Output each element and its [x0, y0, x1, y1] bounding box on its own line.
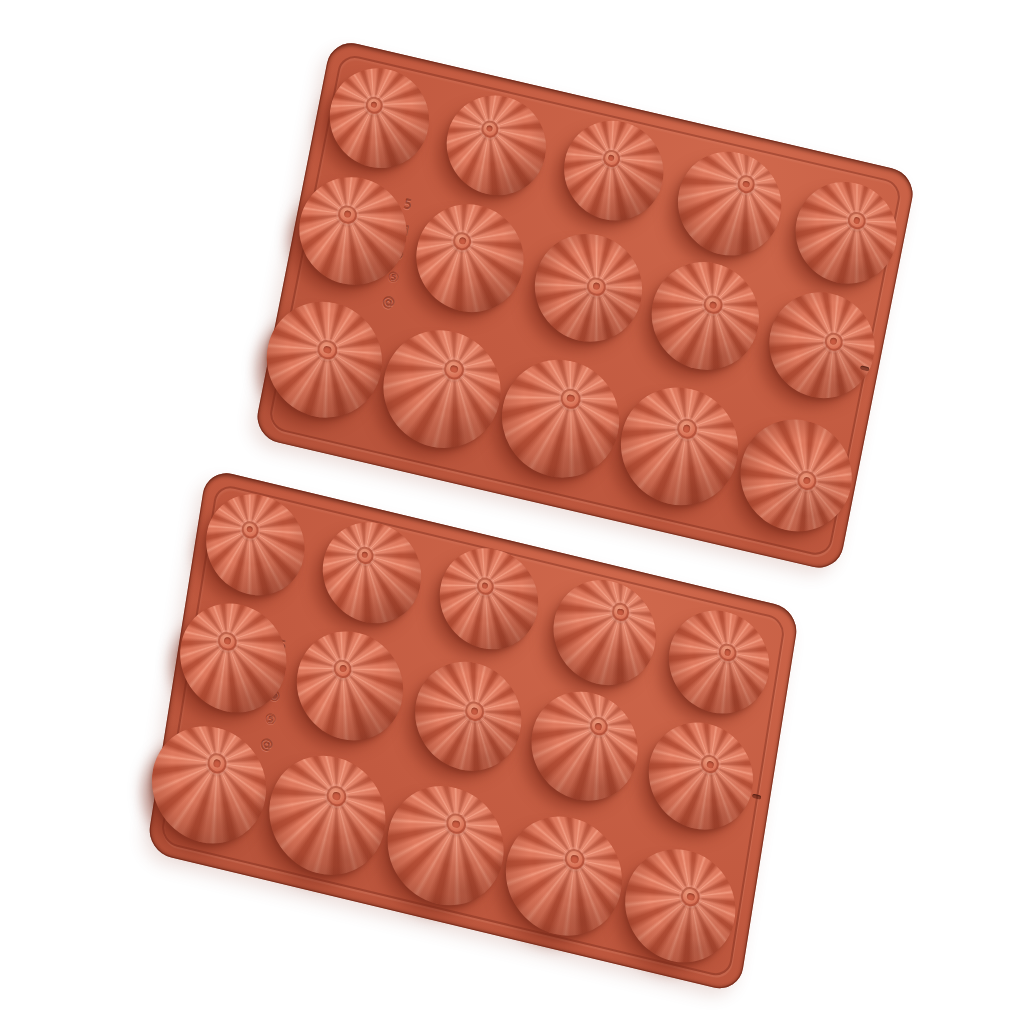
cavity-center-nub — [823, 331, 844, 353]
cavity-bump-r2c3 — [525, 223, 651, 353]
cavity-center-nub — [364, 95, 384, 115]
cavity-center-nub — [475, 575, 494, 596]
cavity-bump-r3c4 — [611, 376, 749, 518]
cavity-center-nub — [588, 715, 609, 737]
cavity-bump-r1c1 — [321, 58, 438, 178]
cavity-bump-r2c5 — [641, 712, 761, 841]
cavity-bump-r1c1 — [199, 484, 312, 606]
cavity-center-nub — [445, 812, 468, 836]
cavity-bump-r2c3 — [407, 651, 529, 782]
cavity-bump-r3c2 — [373, 318, 511, 460]
cavity-bump-r3c5 — [617, 838, 743, 974]
cavity-bump-r2c4 — [642, 251, 768, 381]
cavity-bump-r1c4 — [669, 141, 790, 266]
cavity-bump-r3c4 — [497, 804, 630, 947]
cavity-bump-r1c4 — [546, 569, 663, 695]
cavity-center-nub — [700, 753, 720, 775]
cavity-center-nub — [736, 174, 757, 195]
cavity-bump-r3c3 — [379, 774, 512, 917]
cavity-center-nub — [480, 118, 500, 138]
cavity-center-nub — [718, 642, 738, 663]
cavity-center-nub — [240, 519, 259, 540]
cavity-bump-r1c5 — [661, 600, 776, 724]
cavity-bumps-grid — [253, 38, 917, 573]
cavity-center-nub — [206, 751, 228, 775]
cavity-center-nub — [601, 148, 621, 168]
product-photo-canvas: 5▣◉⑤@ 5▣◉⑤@ — [0, 0, 1024, 1024]
cavity-center-nub — [217, 630, 238, 652]
cavity-center-nub — [464, 700, 485, 722]
cavity-bump-r1c3 — [555, 111, 672, 231]
cavity-bump-r2c2 — [407, 194, 533, 324]
cavity-bumps-grid — [146, 468, 800, 993]
cavity-bump-r1c2 — [316, 512, 429, 634]
cavity-bump-r2c1 — [172, 592, 294, 723]
cavity-center-nub — [702, 294, 723, 316]
cavity-center-nub — [325, 784, 348, 808]
cavity-bump-r2c2 — [289, 620, 411, 751]
cavity-center-nub — [680, 885, 701, 908]
silicone-mold-tray-bottom: 5▣◉⑤@ — [146, 468, 800, 993]
cavity-center-nub — [847, 210, 867, 231]
cavity-center-nub — [675, 417, 698, 441]
cavity-center-nub — [559, 386, 582, 410]
cavity-center-nub — [316, 338, 339, 362]
cavity-bump-r3c1 — [144, 714, 275, 855]
cavity-center-nub — [795, 469, 817, 492]
cavity-center-nub — [564, 847, 587, 871]
cavity-bump-r1c2 — [438, 85, 555, 205]
cavity-bump-r3c3 — [492, 348, 630, 490]
silicone-mold-tray-top: 5▣◉⑤@ — [253, 38, 917, 573]
cavity-center-nub — [332, 658, 353, 680]
cavity-bump-r2c1 — [290, 166, 416, 296]
cavity-bump-r1c5 — [787, 172, 906, 294]
cavity-bump-r2c4 — [524, 681, 646, 812]
cavity-bump-r3c5 — [731, 408, 862, 542]
cavity-bump-r3c1 — [257, 290, 392, 429]
cavity-bump-r3c2 — [261, 744, 394, 887]
cavity-center-nub — [355, 544, 374, 565]
cavity-center-nub — [611, 601, 631, 622]
cavity-bump-r2c5 — [760, 282, 884, 409]
cavity-center-nub — [452, 230, 473, 252]
cavity-center-nub — [586, 275, 607, 297]
cavity-bump-r1c3 — [433, 538, 546, 660]
cavity-center-nub — [443, 357, 466, 381]
cavity-center-nub — [337, 203, 358, 225]
